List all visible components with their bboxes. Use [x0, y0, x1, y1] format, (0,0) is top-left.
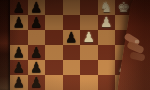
square-r0c2[interactable]	[45, 0, 63, 15]
square-r2c5[interactable]	[98, 30, 116, 45]
piece-bp[interactable]: ♟	[10, 0, 28, 14]
piece-bp[interactable]: ♟	[10, 59, 28, 74]
square-r3c5[interactable]	[98, 45, 116, 60]
chess-photo-scene: ♟♟♞♚♟♟♟♟♟♟♟♟♟♟♟♟♟♟	[0, 0, 150, 90]
square-r5c4[interactable]	[80, 75, 98, 90]
square-r1c0[interactable]: ♟	[10, 15, 28, 30]
square-r2c3[interactable]: ♟	[63, 30, 81, 45]
square-r4c5[interactable]	[98, 60, 116, 75]
square-r4c2[interactable]	[45, 60, 63, 75]
square-r3c3[interactable]	[63, 45, 81, 60]
piece-bp[interactable]: ♟	[10, 14, 28, 29]
piece-wn[interactable]: ♞	[98, 0, 116, 14]
square-r5c1[interactable]: ♟	[28, 75, 46, 90]
piece-bp[interactable]: ♟	[28, 14, 46, 29]
board-frame-edge	[0, 0, 10, 90]
square-r1c2[interactable]	[45, 15, 63, 30]
piece-bp[interactable]: ♟	[28, 0, 46, 14]
piece-bp[interactable]: ♟	[63, 29, 81, 44]
piece-wp[interactable]: ♟	[98, 14, 116, 29]
piece-bp[interactable]: ♟	[10, 74, 28, 89]
square-r0c3[interactable]	[63, 0, 81, 15]
square-r5c2[interactable]	[45, 75, 63, 90]
square-r4c3[interactable]	[63, 60, 81, 75]
piece-wp[interactable]: ♟	[80, 29, 98, 44]
square-r3c4[interactable]	[80, 45, 98, 60]
square-r2c2[interactable]	[45, 30, 63, 45]
square-r5c5[interactable]	[98, 75, 116, 90]
piece-bp[interactable]: ♟	[10, 44, 28, 59]
piece-bp[interactable]: ♟	[28, 74, 46, 89]
square-r1c1[interactable]: ♟	[28, 15, 46, 30]
square-r3c2[interactable]	[45, 45, 63, 60]
square-r5c0[interactable]: ♟	[10, 75, 28, 90]
square-r2c4[interactable]: ♟	[80, 30, 98, 45]
square-r0c4[interactable]	[80, 0, 98, 15]
piece-bp[interactable]: ♟	[28, 44, 46, 59]
piece-bp[interactable]: ♟	[28, 59, 46, 74]
fingernail	[135, 40, 139, 43]
square-r4c4[interactable]	[80, 60, 98, 75]
square-r1c5[interactable]: ♟	[98, 15, 116, 30]
square-r5c3[interactable]	[63, 75, 81, 90]
